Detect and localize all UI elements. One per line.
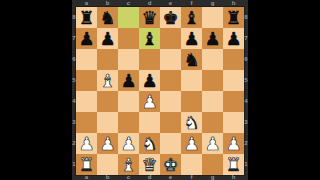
piece-white-rook[interactable]: ♜ bbox=[78, 155, 94, 173]
square-g8[interactable] bbox=[202, 7, 223, 28]
square-a1[interactable]: ♜ bbox=[76, 154, 97, 175]
square-d8[interactable]: ♛ bbox=[139, 7, 160, 28]
piece-white-king[interactable]: ♚ bbox=[162, 155, 178, 173]
square-d7[interactable]: ♝ bbox=[139, 28, 160, 49]
piece-black-bishop[interactable]: ♝ bbox=[183, 8, 199, 26]
square-b3[interactable] bbox=[97, 112, 118, 133]
piece-white-bishop[interactable]: ♝ bbox=[99, 71, 115, 89]
square-c7[interactable] bbox=[118, 28, 139, 49]
rank-label-2-right: 2 bbox=[244, 133, 248, 154]
file-label-h-bot: h bbox=[223, 174, 244, 180]
square-a6[interactable] bbox=[76, 49, 97, 70]
square-e7[interactable] bbox=[160, 28, 181, 49]
square-b5[interactable]: ♝ bbox=[97, 70, 118, 91]
rank-label-4-left: 4 bbox=[72, 91, 76, 112]
square-g6[interactable] bbox=[202, 49, 223, 70]
square-g5[interactable] bbox=[202, 70, 223, 91]
file-label-b-top: b bbox=[97, 0, 118, 7]
square-b7[interactable]: ♟ bbox=[97, 28, 118, 49]
piece-white-pawn[interactable]: ♟ bbox=[99, 134, 115, 152]
square-f6[interactable]: ♞ bbox=[181, 49, 202, 70]
square-f2[interactable]: ♟ bbox=[181, 133, 202, 154]
square-e4[interactable] bbox=[160, 91, 181, 112]
square-f5[interactable] bbox=[181, 70, 202, 91]
file-label-b-bot: b bbox=[97, 174, 118, 180]
piece-white-bishop[interactable]: ♝ bbox=[120, 155, 136, 173]
piece-white-pawn[interactable]: ♟ bbox=[183, 134, 199, 152]
square-c8[interactable] bbox=[118, 7, 139, 28]
file-label-f-bot: f bbox=[181, 174, 202, 180]
rank-label-7-right: 7 bbox=[244, 28, 248, 49]
square-g3[interactable] bbox=[202, 112, 223, 133]
square-b2[interactable]: ♟ bbox=[97, 133, 118, 154]
piece-white-knight[interactable]: ♞ bbox=[183, 113, 199, 131]
square-g4[interactable] bbox=[202, 91, 223, 112]
square-d3[interactable] bbox=[139, 112, 160, 133]
piece-black-knight[interactable]: ♞ bbox=[99, 8, 115, 26]
rank-label-5-right: 5 bbox=[244, 70, 248, 91]
piece-black-queen[interactable]: ♛ bbox=[141, 8, 157, 26]
square-g7[interactable]: ♟ bbox=[202, 28, 223, 49]
file-label-c-bot: c bbox=[118, 174, 139, 180]
square-b4[interactable] bbox=[97, 91, 118, 112]
square-c3[interactable] bbox=[118, 112, 139, 133]
square-g2[interactable]: ♟ bbox=[202, 133, 223, 154]
rank-label-2-left: 2 bbox=[72, 133, 76, 154]
square-b6[interactable] bbox=[97, 49, 118, 70]
square-a5[interactable] bbox=[76, 70, 97, 91]
piece-black-pawn[interactable]: ♟ bbox=[141, 71, 157, 89]
rank-label-6-right: 6 bbox=[244, 49, 248, 70]
square-f7[interactable]: ♟ bbox=[181, 28, 202, 49]
rank-label-3-left: 3 bbox=[72, 112, 76, 133]
square-b1[interactable] bbox=[97, 154, 118, 175]
square-a2[interactable]: ♟ bbox=[76, 133, 97, 154]
square-e1[interactable]: ♚ bbox=[160, 154, 181, 175]
file-label-g-top: g bbox=[202, 0, 223, 7]
piece-white-pawn[interactable]: ♟ bbox=[225, 134, 241, 152]
piece-black-king[interactable]: ♚ bbox=[162, 8, 178, 26]
piece-white-rook[interactable]: ♜ bbox=[225, 155, 241, 173]
file-label-d-bot: d bbox=[139, 174, 160, 180]
piece-black-pawn[interactable]: ♟ bbox=[120, 71, 136, 89]
square-c4[interactable] bbox=[118, 91, 139, 112]
file-label-g-bot: g bbox=[202, 174, 223, 180]
square-e2[interactable] bbox=[160, 133, 181, 154]
rank-label-4-right: 4 bbox=[244, 91, 248, 112]
square-e6[interactable] bbox=[160, 49, 181, 70]
file-label-h-top: h bbox=[223, 0, 244, 7]
square-h3[interactable] bbox=[223, 112, 244, 133]
piece-black-pawn[interactable]: ♟ bbox=[225, 29, 241, 47]
square-b8[interactable]: ♞ bbox=[97, 7, 118, 28]
square-h8[interactable]: ♜ bbox=[223, 7, 244, 28]
piece-white-pawn[interactable]: ♟ bbox=[78, 134, 94, 152]
square-c1[interactable]: ♝ bbox=[118, 154, 139, 175]
square-d1[interactable]: ♛ bbox=[139, 154, 160, 175]
square-g1[interactable] bbox=[202, 154, 223, 175]
piece-black-pawn[interactable]: ♟ bbox=[204, 29, 220, 47]
piece-black-knight[interactable]: ♞ bbox=[183, 50, 199, 68]
piece-black-rook[interactable]: ♜ bbox=[78, 8, 94, 26]
square-d4[interactable]: ♟ bbox=[139, 91, 160, 112]
rank-label-1-right: 1 bbox=[244, 154, 248, 175]
chess-diagram: ♜♞♛♚♝♜♟♟♝♟♟♟♞♝♟♟♟♞♟♟♟♞♟♟♟♜♝♛♚♜ aabbccdde… bbox=[0, 0, 320, 180]
piece-white-pawn[interactable]: ♟ bbox=[120, 134, 136, 152]
square-f1[interactable] bbox=[181, 154, 202, 175]
square-h1[interactable]: ♜ bbox=[223, 154, 244, 175]
rank-label-7-left: 7 bbox=[72, 28, 76, 49]
piece-black-pawn[interactable]: ♟ bbox=[183, 29, 199, 47]
piece-white-queen[interactable]: ♛ bbox=[141, 155, 157, 173]
file-label-a-top: a bbox=[76, 0, 97, 7]
board-frame: ♜♞♛♚♝♜♟♟♝♟♟♟♞♝♟♟♟♞♟♟♟♞♟♟♟♜♝♛♚♜ aabbccdde… bbox=[72, 0, 248, 180]
square-a8[interactable]: ♜ bbox=[76, 7, 97, 28]
square-f3[interactable]: ♞ bbox=[181, 112, 202, 133]
file-label-e-bot: e bbox=[160, 174, 181, 180]
file-label-c-top: c bbox=[118, 0, 139, 7]
rank-label-8-left: 8 bbox=[72, 7, 76, 28]
rank-label-8-right: 8 bbox=[244, 7, 248, 28]
square-c6[interactable] bbox=[118, 49, 139, 70]
file-label-f-top: f bbox=[181, 0, 202, 7]
piece-white-pawn[interactable]: ♟ bbox=[141, 92, 157, 110]
square-e8[interactable]: ♚ bbox=[160, 7, 181, 28]
piece-black-bishop[interactable]: ♝ bbox=[141, 29, 157, 47]
square-h5[interactable] bbox=[223, 70, 244, 91]
file-label-d-top: d bbox=[139, 0, 160, 7]
chess-board[interactable]: ♜♞♛♚♝♜♟♟♝♟♟♟♞♝♟♟♟♞♟♟♟♞♟♟♟♜♝♛♚♜ bbox=[76, 7, 244, 175]
file-label-e-top: e bbox=[160, 0, 181, 7]
rank-label-5-left: 5 bbox=[72, 70, 76, 91]
piece-black-pawn[interactable]: ♟ bbox=[99, 29, 115, 47]
rank-label-6-left: 6 bbox=[72, 49, 76, 70]
file-label-a-bot: a bbox=[76, 174, 97, 180]
square-h6[interactable] bbox=[223, 49, 244, 70]
piece-black-pawn[interactable]: ♟ bbox=[78, 29, 94, 47]
square-a7[interactable]: ♟ bbox=[76, 28, 97, 49]
square-f4[interactable] bbox=[181, 91, 202, 112]
square-e3[interactable] bbox=[160, 112, 181, 133]
rank-label-1-left: 1 bbox=[72, 154, 76, 175]
square-a3[interactable] bbox=[76, 112, 97, 133]
piece-black-rook[interactable]: ♜ bbox=[225, 8, 241, 26]
square-f8[interactable]: ♝ bbox=[181, 7, 202, 28]
square-d6[interactable] bbox=[139, 49, 160, 70]
square-e5[interactable] bbox=[160, 70, 181, 91]
square-c2[interactable]: ♟ bbox=[118, 133, 139, 154]
square-c5[interactable]: ♟ bbox=[118, 70, 139, 91]
square-d5[interactable]: ♟ bbox=[139, 70, 160, 91]
square-a4[interactable] bbox=[76, 91, 97, 112]
square-d2[interactable]: ♞ bbox=[139, 133, 160, 154]
square-h2[interactable]: ♟ bbox=[223, 133, 244, 154]
rank-label-3-right: 3 bbox=[244, 112, 248, 133]
piece-white-knight[interactable]: ♞ bbox=[141, 134, 157, 152]
square-h7[interactable]: ♟ bbox=[223, 28, 244, 49]
square-h4[interactable] bbox=[223, 91, 244, 112]
piece-white-pawn[interactable]: ♟ bbox=[204, 134, 220, 152]
